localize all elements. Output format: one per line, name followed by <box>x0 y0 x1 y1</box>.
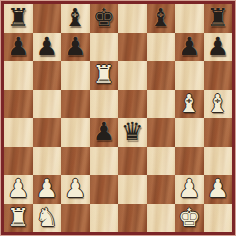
square-a5[interactable] <box>4 90 33 119</box>
square-f6[interactable] <box>147 61 176 90</box>
square-f8[interactable]: ♝ <box>147 4 176 33</box>
black-pawn-h7[interactable]: ♟ <box>207 33 229 62</box>
square-a7[interactable]: ♟ <box>4 33 33 62</box>
square-f5[interactable] <box>147 90 176 119</box>
white-pawn-c2[interactable]: ♟ <box>64 175 86 204</box>
white-rook-d6[interactable]: ♜ <box>93 61 115 90</box>
square-b3[interactable] <box>33 147 62 176</box>
black-king-d8[interactable]: ♚ <box>93 4 115 33</box>
square-e4[interactable]: ♛ <box>118 118 147 147</box>
square-e3[interactable] <box>118 147 147 176</box>
square-d2[interactable] <box>90 175 119 204</box>
square-d4[interactable]: ♟ <box>90 118 119 147</box>
square-g6[interactable] <box>175 61 204 90</box>
square-a1[interactable]: ♜ <box>4 204 33 233</box>
square-e1[interactable] <box>118 204 147 233</box>
square-g7[interactable]: ♟ <box>175 33 204 62</box>
square-a4[interactable] <box>4 118 33 147</box>
black-rook-a8[interactable]: ♜ <box>7 4 29 33</box>
square-b2[interactable]: ♟ <box>33 175 62 204</box>
black-rook-h8[interactable]: ♜ <box>207 4 229 33</box>
square-a3[interactable] <box>4 147 33 176</box>
square-h3[interactable] <box>204 147 233 176</box>
square-b4[interactable] <box>33 118 62 147</box>
square-d7[interactable] <box>90 33 119 62</box>
square-h7[interactable]: ♟ <box>204 33 233 62</box>
square-h8[interactable]: ♜ <box>204 4 233 33</box>
square-b5[interactable] <box>33 90 62 119</box>
black-bishop-c8[interactable]: ♝ <box>64 4 86 33</box>
black-pawn-a7[interactable]: ♟ <box>7 33 29 62</box>
square-f3[interactable] <box>147 147 176 176</box>
square-c8[interactable]: ♝ <box>61 4 90 33</box>
square-c1[interactable] <box>61 204 90 233</box>
square-g3[interactable] <box>175 147 204 176</box>
white-knight-b1[interactable]: ♞ <box>36 204 58 233</box>
white-pawn-a2[interactable]: ♟ <box>7 175 29 204</box>
square-h4[interactable] <box>204 118 233 147</box>
square-h1[interactable] <box>204 204 233 233</box>
square-d1[interactable] <box>90 204 119 233</box>
square-a2[interactable]: ♟ <box>4 175 33 204</box>
square-g5[interactable]: ♝ <box>175 90 204 119</box>
square-g4[interactable] <box>175 118 204 147</box>
square-d3[interactable] <box>90 147 119 176</box>
white-bishop-h5[interactable]: ♝ <box>207 90 229 119</box>
square-g8[interactable] <box>175 4 204 33</box>
square-e8[interactable] <box>118 4 147 33</box>
square-b1[interactable]: ♞ <box>33 204 62 233</box>
square-f2[interactable] <box>147 175 176 204</box>
black-queen-e4[interactable]: ♛ <box>121 118 143 147</box>
white-pawn-h2[interactable]: ♟ <box>207 175 229 204</box>
square-f4[interactable] <box>147 118 176 147</box>
square-h6[interactable] <box>204 61 233 90</box>
square-h5[interactable]: ♝ <box>204 90 233 119</box>
square-b8[interactable] <box>33 4 62 33</box>
square-c3[interactable] <box>61 147 90 176</box>
board-frame: ♜♝♚♝♜♟♟♟♟♟♜♝♝♟♛♟♟♟♟♟♜♞♚ <box>0 0 236 236</box>
chess-board: ♜♝♚♝♜♟♟♟♟♟♜♝♝♟♛♟♟♟♟♟♜♞♚ <box>4 4 232 232</box>
white-bishop-g5[interactable]: ♝ <box>178 90 200 119</box>
white-pawn-g2[interactable]: ♟ <box>178 175 200 204</box>
square-b6[interactable] <box>33 61 62 90</box>
square-c4[interactable] <box>61 118 90 147</box>
square-e2[interactable] <box>118 175 147 204</box>
square-e6[interactable] <box>118 61 147 90</box>
black-pawn-d4[interactable]: ♟ <box>93 118 115 147</box>
square-f7[interactable] <box>147 33 176 62</box>
black-bishop-f8[interactable]: ♝ <box>150 4 172 33</box>
square-b7[interactable]: ♟ <box>33 33 62 62</box>
square-d8[interactable]: ♚ <box>90 4 119 33</box>
square-h2[interactable]: ♟ <box>204 175 233 204</box>
square-d5[interactable] <box>90 90 119 119</box>
square-a6[interactable] <box>4 61 33 90</box>
square-e5[interactable] <box>118 90 147 119</box>
square-g2[interactable]: ♟ <box>175 175 204 204</box>
white-king-g1[interactable]: ♚ <box>178 204 200 233</box>
square-a8[interactable]: ♜ <box>4 4 33 33</box>
square-g1[interactable]: ♚ <box>175 204 204 233</box>
white-rook-a1[interactable]: ♜ <box>7 204 29 233</box>
square-f1[interactable] <box>147 204 176 233</box>
black-pawn-g7[interactable]: ♟ <box>178 33 200 62</box>
square-c6[interactable] <box>61 61 90 90</box>
white-pawn-b2[interactable]: ♟ <box>36 175 58 204</box>
black-pawn-c7[interactable]: ♟ <box>64 33 86 62</box>
square-c7[interactable]: ♟ <box>61 33 90 62</box>
square-d6[interactable]: ♜ <box>90 61 119 90</box>
black-pawn-b7[interactable]: ♟ <box>36 33 58 62</box>
square-c5[interactable] <box>61 90 90 119</box>
square-e7[interactable] <box>118 33 147 62</box>
square-c2[interactable]: ♟ <box>61 175 90 204</box>
